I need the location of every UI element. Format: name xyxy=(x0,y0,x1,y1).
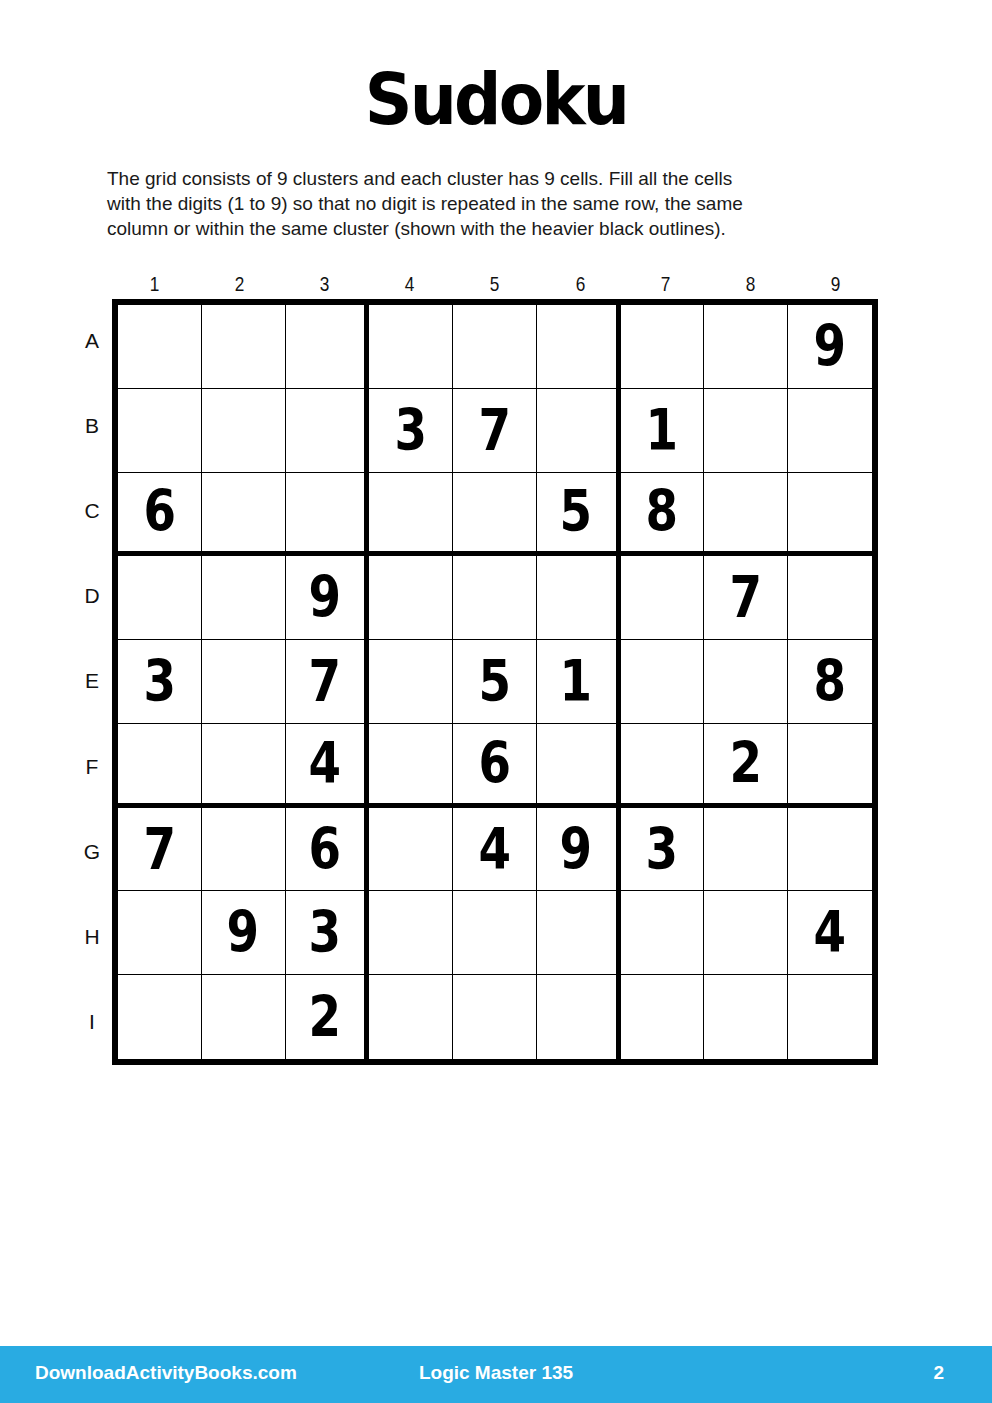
sudoku-board-area: 123456789 ABCDEFGHI 93716589737518462764… xyxy=(72,263,878,1065)
cell-A6 xyxy=(537,305,621,389)
cell-H8 xyxy=(704,891,788,975)
cell-H4 xyxy=(369,891,453,975)
cell-C3 xyxy=(286,473,370,557)
cell-C4 xyxy=(369,473,453,557)
given-digit: 1 xyxy=(560,653,593,710)
given-digit: 1 xyxy=(646,402,679,459)
instructions-line-1: The grid consists of 9 clusters and each… xyxy=(107,166,907,191)
column-label-3: 3 xyxy=(290,273,360,294)
cell-C7: 8 xyxy=(621,473,705,557)
page-title: Sudoku xyxy=(40,62,953,138)
cell-E7 xyxy=(621,640,705,724)
cell-I2 xyxy=(202,975,286,1059)
footer-site-name: DownloadActivityBooks.com xyxy=(35,1362,297,1384)
cell-I8 xyxy=(704,975,788,1059)
cell-B4: 3 xyxy=(369,389,453,473)
cell-B5: 7 xyxy=(453,389,537,473)
cell-F7 xyxy=(621,724,705,808)
cell-E2 xyxy=(202,640,286,724)
given-digit: 6 xyxy=(143,483,176,540)
cell-A3 xyxy=(286,305,370,389)
given-digit: 9 xyxy=(309,569,342,626)
cell-F2 xyxy=(202,724,286,808)
column-label-6: 6 xyxy=(545,273,615,294)
cell-G4 xyxy=(369,808,453,892)
cell-I6 xyxy=(537,975,621,1059)
row-labels: ABCDEFGHI xyxy=(72,299,112,1065)
row-label-H: H xyxy=(71,895,113,980)
cell-D8: 7 xyxy=(704,556,788,640)
given-digit: 9 xyxy=(814,318,847,375)
given-digit: 2 xyxy=(730,735,763,792)
cell-A9: 9 xyxy=(788,305,872,389)
given-digit: 7 xyxy=(143,821,176,878)
given-digit: 7 xyxy=(309,653,342,710)
cell-B3 xyxy=(286,389,370,473)
cell-C1: 6 xyxy=(118,473,202,557)
given-digit: 2 xyxy=(309,989,342,1046)
cell-D9 xyxy=(788,556,872,640)
cell-I9 xyxy=(788,975,872,1059)
cell-F1 xyxy=(118,724,202,808)
given-digit: 8 xyxy=(646,483,679,540)
cell-H7 xyxy=(621,891,705,975)
cell-C8 xyxy=(704,473,788,557)
footer-page-number: 2 xyxy=(933,1362,944,1384)
cell-G9 xyxy=(788,808,872,892)
given-digit: 9 xyxy=(560,821,593,878)
cell-G8 xyxy=(704,808,788,892)
row-label-C: C xyxy=(71,469,113,554)
row-label-I: I xyxy=(71,980,113,1065)
row-label-A: A xyxy=(71,299,113,384)
given-digit: 7 xyxy=(730,569,763,626)
cell-H5 xyxy=(453,891,537,975)
cell-B9 xyxy=(788,389,872,473)
cell-G3: 6 xyxy=(286,808,370,892)
column-labels: 123456789 xyxy=(112,263,878,299)
cell-F9 xyxy=(788,724,872,808)
cell-B2 xyxy=(202,389,286,473)
cell-I5 xyxy=(453,975,537,1059)
cell-F8: 2 xyxy=(704,724,788,808)
cell-I7 xyxy=(621,975,705,1059)
given-digit: 4 xyxy=(309,735,342,792)
cell-G5: 4 xyxy=(453,808,537,892)
cell-A8 xyxy=(704,305,788,389)
board-corner-spacer xyxy=(72,263,112,299)
cell-C5 xyxy=(453,473,537,557)
cell-I1 xyxy=(118,975,202,1059)
instructions-text: The grid consists of 9 clusters and each… xyxy=(107,166,907,241)
cell-E1: 3 xyxy=(118,640,202,724)
row-label-G: G xyxy=(71,810,113,895)
cell-F5: 6 xyxy=(453,724,537,808)
cell-A5 xyxy=(453,305,537,389)
instructions-line-3: column or within the same cluster (shown… xyxy=(107,216,907,241)
cell-D7 xyxy=(621,556,705,640)
cell-D2 xyxy=(202,556,286,640)
cell-E3: 7 xyxy=(286,640,370,724)
column-label-8: 8 xyxy=(715,273,785,294)
cell-A2 xyxy=(202,305,286,389)
cell-C2 xyxy=(202,473,286,557)
column-label-5: 5 xyxy=(460,273,530,294)
given-digit: 3 xyxy=(646,821,679,878)
cell-A4 xyxy=(369,305,453,389)
cell-E6: 1 xyxy=(537,640,621,724)
cell-D6 xyxy=(537,556,621,640)
instructions-line-2: with the digits (1 to 9) so that no digi… xyxy=(107,191,907,216)
cell-B6 xyxy=(537,389,621,473)
cell-B7: 1 xyxy=(621,389,705,473)
cell-F6 xyxy=(537,724,621,808)
column-label-4: 4 xyxy=(375,273,445,294)
cell-H9: 4 xyxy=(788,891,872,975)
column-label-2: 2 xyxy=(205,273,275,294)
row-label-E: E xyxy=(71,639,113,724)
cell-C6: 5 xyxy=(537,473,621,557)
given-digit: 3 xyxy=(309,904,342,961)
cell-B1 xyxy=(118,389,202,473)
row-label-D: D xyxy=(71,554,113,639)
cell-G7: 3 xyxy=(621,808,705,892)
cell-A7 xyxy=(621,305,705,389)
given-digit: 7 xyxy=(478,402,511,459)
cell-F3: 4 xyxy=(286,724,370,808)
cell-H2: 9 xyxy=(202,891,286,975)
cell-I4 xyxy=(369,975,453,1059)
sudoku-grid: 93716589737518462764939342 xyxy=(112,299,878,1065)
cell-G2 xyxy=(202,808,286,892)
cell-A1 xyxy=(118,305,202,389)
cell-B8 xyxy=(704,389,788,473)
cell-D5 xyxy=(453,556,537,640)
column-label-9: 9 xyxy=(801,273,871,294)
cell-D3: 9 xyxy=(286,556,370,640)
column-label-7: 7 xyxy=(630,273,700,294)
cell-C9 xyxy=(788,473,872,557)
given-digit: 5 xyxy=(560,483,593,540)
footer-booklet-title: Logic Master 135 xyxy=(419,1362,573,1384)
cell-D4 xyxy=(369,556,453,640)
cell-E9: 8 xyxy=(788,640,872,724)
row-label-B: B xyxy=(71,384,113,469)
given-digit: 6 xyxy=(478,735,511,792)
cell-G6: 9 xyxy=(537,808,621,892)
cell-I3: 2 xyxy=(286,975,370,1059)
cell-G1: 7 xyxy=(118,808,202,892)
given-digit: 6 xyxy=(309,821,342,878)
given-digit: 3 xyxy=(394,402,427,459)
given-digit: 8 xyxy=(814,653,847,710)
given-digit: 4 xyxy=(814,904,847,961)
column-label-1: 1 xyxy=(120,273,190,294)
cell-F4 xyxy=(369,724,453,808)
cell-H6 xyxy=(537,891,621,975)
row-label-F: F xyxy=(71,725,113,810)
cell-E8 xyxy=(704,640,788,724)
cell-E5: 5 xyxy=(453,640,537,724)
cell-E4 xyxy=(369,640,453,724)
footer-bar: DownloadActivityBooks.com Logic Master 1… xyxy=(0,1346,992,1403)
cell-H1 xyxy=(118,891,202,975)
given-digit: 3 xyxy=(143,653,176,710)
given-digit: 9 xyxy=(227,904,260,961)
cell-H3: 3 xyxy=(286,891,370,975)
given-digit: 5 xyxy=(478,653,511,710)
cell-D1 xyxy=(118,556,202,640)
given-digit: 4 xyxy=(478,821,511,878)
